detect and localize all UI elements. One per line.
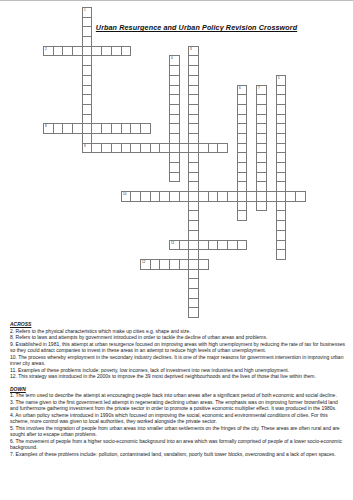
clue-down-3: 3. The name given to the first governmen…	[10, 399, 347, 412]
crossword-cell[interactable]	[188, 307, 199, 318]
clue-across-12: 12. This strategy was introduced in the …	[10, 373, 347, 380]
crossword-cell[interactable]	[140, 123, 151, 134]
crossword-cell[interactable]	[217, 143, 228, 153]
crossword-cell[interactable]	[295, 191, 306, 202]
clue-number: 5	[278, 77, 280, 80]
clue-down-6: 6. The movement of people from a higher …	[10, 438, 347, 451]
crossword-cell[interactable]	[256, 201, 267, 211]
clue-across-10: 10. The process whereby employment in th…	[10, 354, 347, 367]
down-clue-list: 1. The term used to describe the attempt…	[10, 392, 347, 457]
crossword-cell[interactable]	[121, 46, 131, 56]
crossword-grid: 123456789101112	[43, 7, 305, 318]
page-top-edge	[0, 0, 353, 1]
clue-number: 7	[258, 87, 260, 90]
crossword-cell[interactable]	[198, 259, 209, 270]
crossword-cell[interactable]	[237, 210, 247, 221]
clue-number: 4	[171, 57, 173, 60]
clue-number: 3	[190, 48, 192, 51]
crossword-cell[interactable]	[237, 240, 247, 250]
crossword-cell[interactable]	[169, 172, 180, 182]
clue-number: 1	[84, 9, 86, 12]
clue-number: 12	[142, 261, 145, 264]
clue-number: 9	[84, 145, 86, 148]
clue-down-7: 7. Examples of these problems include: p…	[10, 451, 347, 458]
clue-number: 6	[239, 87, 241, 90]
clue-down-1: 1. The term used to describe the attempt…	[10, 392, 347, 399]
clue-down-5: 5. This involves the migration of people…	[10, 425, 347, 438]
crossword-cell[interactable]	[276, 249, 286, 260]
across-clue-list: 2. Refers to the physical characteristic…	[10, 328, 347, 380]
clue-number: 8	[45, 125, 47, 128]
clue-number: 11	[171, 242, 174, 245]
clue-number: 2	[45, 48, 47, 51]
clue-down-4: 4. An urban policy scheme introduced in …	[10, 412, 347, 425]
clue-number: 10	[123, 193, 126, 196]
clue-across-9: 9. Established in 1981, this attempt at …	[10, 341, 347, 354]
clues-section: ACROSS 2. Refers to the physical charact…	[10, 321, 347, 457]
